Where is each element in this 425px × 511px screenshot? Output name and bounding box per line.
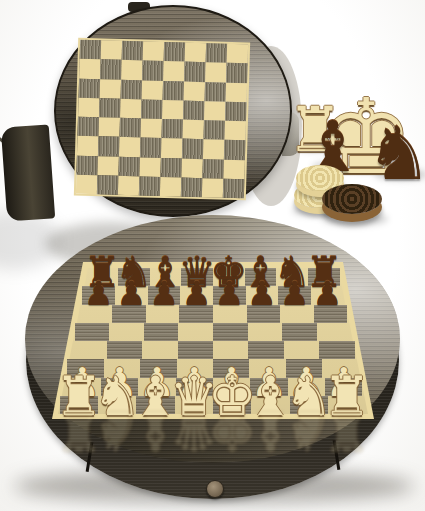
upright-square-h7 (226, 63, 248, 83)
upright-square-a1 (76, 174, 98, 194)
black-pawn-f7: ♟ (247, 277, 277, 310)
upright-square-e3 (161, 138, 183, 158)
upright-square-g5 (204, 101, 226, 121)
upright-board-grid (74, 38, 250, 201)
upright-square-c6 (121, 79, 143, 99)
upright-square-a6 (79, 78, 101, 98)
upright-square-h1 (223, 178, 245, 198)
upright-square-e5 (162, 100, 184, 120)
upright-square-f1 (181, 177, 203, 197)
upright-square-c7 (121, 60, 143, 80)
upright-square-h3 (224, 140, 246, 160)
black-pawn-c7: ♟ (149, 277, 179, 310)
upright-square-d7 (142, 61, 164, 81)
upright-square-d8 (143, 41, 165, 61)
upright-square-b3 (98, 136, 120, 156)
upright-square-a8 (80, 40, 102, 60)
upright-square-e7 (163, 61, 185, 81)
upright-square-e6 (163, 81, 185, 101)
black-pawn-b7: ♟ (116, 277, 146, 310)
upright-square-g8 (206, 43, 228, 63)
upright-square-b5 (99, 98, 121, 118)
upright-square-d5 (141, 99, 163, 119)
piece-reflection: ♜ (323, 403, 371, 457)
black-pawn-a7: ♟ (84, 277, 114, 310)
upright-square-c8 (122, 41, 144, 61)
upright-square-g3 (203, 139, 225, 159)
black-pawn-d7: ♟ (182, 277, 212, 310)
product-photo: ♜ ♚ ♝ ♞ ♜♞♝♛♚♝♞♜♟♟♟♟♟♟♟♟♟♟♟♟♟♟♟♟♜♜♞♞♝♝♛♛… (0, 0, 425, 511)
upright-square-b2 (97, 156, 119, 176)
upright-square-c4 (119, 118, 141, 138)
upright-square-b7 (100, 60, 122, 80)
upright-square-b1 (97, 175, 119, 195)
upright-square-e4 (161, 119, 183, 139)
upright-square-g6 (205, 82, 227, 102)
upright-square-b8 (101, 40, 123, 60)
upright-square-e2 (160, 157, 182, 177)
upright-square-h2 (223, 159, 245, 179)
upright-square-e8 (164, 42, 186, 62)
black-pawn-h7: ♟ (312, 277, 342, 310)
upright-square-f5 (183, 100, 205, 120)
upright-square-a5 (78, 97, 100, 117)
upright-square-b6 (100, 79, 122, 99)
upright-square-c5 (120, 99, 142, 119)
upright-square-h4 (224, 121, 246, 141)
upright-square-f7 (184, 62, 206, 82)
upright-square-d6 (142, 80, 164, 100)
upright-square-a7 (79, 59, 101, 79)
upright-square-g4 (203, 120, 225, 140)
upright-square-g1 (202, 178, 224, 198)
upright-square-b4 (98, 117, 120, 137)
upright-square-f4 (182, 120, 204, 140)
black-pawn-e7: ♟ (214, 277, 244, 310)
upright-square-f3 (182, 139, 204, 159)
upright-square-e1 (160, 177, 182, 197)
upright-square-f8 (185, 43, 207, 63)
upright-square-f2 (181, 158, 203, 178)
upright-square-d4 (140, 118, 162, 138)
upright-square-c2 (118, 156, 140, 176)
upright-square-h8 (227, 44, 249, 64)
upright-square-d1 (139, 176, 161, 196)
upright-square-c3 (119, 137, 141, 157)
upright-square-d3 (140, 138, 162, 158)
upright-square-c1 (118, 176, 140, 196)
upright-square-f6 (184, 81, 206, 101)
upright-square-g7 (205, 62, 227, 82)
upright-square-g2 (202, 159, 224, 179)
upright-square-a3 (77, 136, 99, 156)
black-pawn-g7: ♟ (280, 277, 310, 310)
upright-square-a4 (77, 117, 99, 137)
upright-square-d2 (139, 157, 161, 177)
upright-square-h5 (225, 102, 247, 122)
upright-square-a2 (76, 155, 98, 175)
upright-square-h6 (226, 82, 248, 102)
